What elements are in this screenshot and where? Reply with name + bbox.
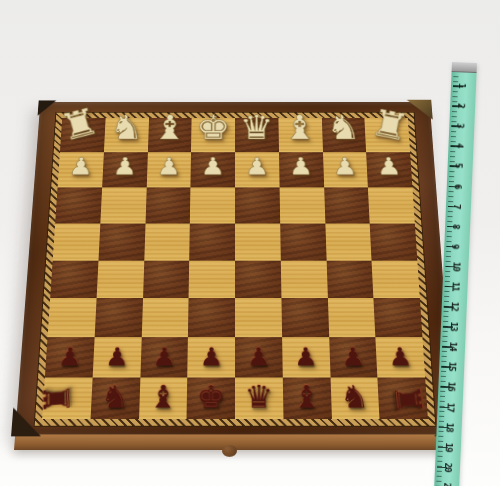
tape-mark-12: 12 xyxy=(441,296,467,317)
square-r4c7 xyxy=(372,260,420,298)
square-r7c3: ♚ xyxy=(187,378,235,419)
tape-mark-4: 4 xyxy=(448,135,474,156)
square-r3c0 xyxy=(53,223,100,260)
square-r2c2 xyxy=(145,187,191,223)
square-r5c6 xyxy=(327,298,375,337)
tape-number: 3 xyxy=(455,123,465,128)
tape-mark-3: 3 xyxy=(449,115,475,136)
square-r1c5: ♟ xyxy=(279,152,324,187)
red-rook: ♜ xyxy=(40,383,76,416)
tape-number: 11 xyxy=(451,282,461,291)
square-r2c3 xyxy=(190,187,235,223)
tape-mark-9: 9 xyxy=(444,236,470,257)
tape-number: 1 xyxy=(457,83,467,88)
cream-knight: ♞ xyxy=(109,111,145,144)
square-r1c4: ♟ xyxy=(235,152,279,187)
square-r2c1 xyxy=(100,187,146,223)
tape-mark-7: 7 xyxy=(446,195,472,216)
square-r7c6: ♞ xyxy=(330,378,380,419)
square-r6c7: ♟ xyxy=(376,337,426,377)
square-r1c2: ♟ xyxy=(146,152,191,187)
square-r5c3 xyxy=(188,298,235,337)
square-r5c0 xyxy=(48,298,97,337)
cream-rook: ♜ xyxy=(56,101,103,146)
corner-bracket-top-left xyxy=(38,100,57,115)
red-knight: ♞ xyxy=(340,381,370,412)
board-drawer-edge xyxy=(14,434,456,450)
tape-mark-16: 16 xyxy=(438,376,464,397)
square-r2c6 xyxy=(324,187,370,223)
square-r5c1 xyxy=(94,298,142,337)
square-r0c0: ♜ xyxy=(60,118,105,152)
square-r2c7 xyxy=(368,187,415,223)
square-r1c7: ♟ xyxy=(366,152,412,187)
square-r6c3: ♟ xyxy=(187,337,235,377)
square-r5c2 xyxy=(141,298,189,337)
tape-number: 4 xyxy=(455,143,465,148)
cream-pawn: ♟ xyxy=(201,155,225,179)
red-pawn: ♟ xyxy=(341,345,365,370)
tape-number: 7 xyxy=(452,204,462,209)
tape-number: 20 xyxy=(443,462,453,471)
cream-pawn: ♟ xyxy=(376,155,402,179)
square-r0c4: ♛ xyxy=(235,118,279,152)
tape-mark-20: 20 xyxy=(435,456,461,477)
drawer-knob xyxy=(222,445,237,457)
tape-number: 12 xyxy=(450,302,460,311)
tape-mark-18: 18 xyxy=(436,416,462,437)
square-r4c1 xyxy=(96,260,143,298)
red-bishop: ♝ xyxy=(148,381,178,412)
square-r0c2: ♝ xyxy=(147,118,191,152)
square-r3c1 xyxy=(98,223,145,260)
cream-pawn: ♟ xyxy=(289,155,314,179)
square-r5c5 xyxy=(281,298,329,337)
square-r3c5 xyxy=(280,223,326,260)
red-queen: ♛ xyxy=(244,381,273,412)
tape-number: 13 xyxy=(449,322,459,331)
square-r4c2 xyxy=(143,260,190,298)
tape-number: 15 xyxy=(447,362,457,371)
tape-mark-1: 1 xyxy=(451,75,477,96)
tape-number: 21 xyxy=(442,482,452,486)
square-r3c3 xyxy=(189,223,235,260)
inlay-border: ♜♞♝♚♛♝♞♜♟♟♟♟♟♟♟♟♟♟♟♟♟♟♟♟♜♞♝♚♛♝♞♜ xyxy=(34,112,437,427)
red-pawn: ♟ xyxy=(294,345,318,370)
square-r4c0 xyxy=(50,260,98,298)
square-r1c1: ♟ xyxy=(102,152,148,187)
tape-mark-10: 10 xyxy=(443,256,469,277)
square-r0c1: ♞ xyxy=(104,118,149,152)
square-r4c3 xyxy=(189,260,235,298)
cream-king: ♚ xyxy=(196,111,231,144)
tape-mark-21: 21 xyxy=(434,477,459,486)
red-knight: ♞ xyxy=(100,381,130,412)
red-pawn: ♟ xyxy=(57,345,82,370)
cream-pawn: ♟ xyxy=(245,155,269,179)
square-r6c6: ♟ xyxy=(329,337,378,377)
tape-mark-2: 2 xyxy=(450,95,476,116)
square-r6c5: ♟ xyxy=(282,337,330,377)
square-r3c2 xyxy=(144,223,190,260)
cream-knight: ♞ xyxy=(326,111,362,144)
cream-rook: ♜ xyxy=(367,103,412,147)
cream-pawn: ♟ xyxy=(68,155,94,179)
cream-pawn: ♟ xyxy=(112,155,137,179)
square-r5c7 xyxy=(374,298,423,337)
square-r6c0: ♟ xyxy=(45,337,95,377)
photo-background: ♜♞♝♚♛♝♞♜♟♟♟♟♟♟♟♟♟♟♟♟♟♟♟♟♜♞♝♚♛♝♞♜ 1234567… xyxy=(0,0,500,486)
square-r3c4 xyxy=(235,223,281,260)
square-r1c3: ♟ xyxy=(191,152,235,187)
red-pawn: ♟ xyxy=(247,345,271,370)
tape-number: 9 xyxy=(450,244,460,249)
tape-number: 16 xyxy=(447,382,457,391)
tape-number: 17 xyxy=(446,402,456,411)
square-r2c5 xyxy=(279,187,325,223)
square-r5c4 xyxy=(235,298,282,337)
square-r7c5: ♝ xyxy=(283,378,332,419)
cream-bishop: ♝ xyxy=(152,111,187,144)
board-frame: ♜♞♝♚♛♝♞♜♟♟♟♟♟♟♟♟♟♟♟♟♟♟♟♟♜♞♝♚♛♝♞♜ xyxy=(15,102,455,434)
square-r0c7: ♜ xyxy=(365,118,410,152)
tape-number: 14 xyxy=(448,342,458,351)
square-r7c1: ♞ xyxy=(90,378,140,419)
square-r6c4: ♟ xyxy=(235,337,283,377)
tape-number: 19 xyxy=(444,442,454,451)
tape-number: 6 xyxy=(453,183,463,188)
square-r3c6 xyxy=(325,223,372,260)
square-r4c4 xyxy=(235,260,281,298)
cream-pawn: ♟ xyxy=(156,155,181,179)
square-r7c7: ♜ xyxy=(378,378,428,419)
square-r3c7 xyxy=(370,223,417,260)
tape-mark-14: 14 xyxy=(440,336,466,357)
square-r1c0: ♟ xyxy=(58,152,104,187)
tape-number: 18 xyxy=(445,422,455,431)
square-r4c5 xyxy=(281,260,328,298)
tape-mark-6: 6 xyxy=(446,175,472,196)
square-r6c1: ♟ xyxy=(92,337,141,377)
tape-mark-8: 8 xyxy=(445,216,471,237)
tape-mark-13: 13 xyxy=(441,316,467,337)
board-grid: ♜♞♝♚♛♝♞♜♟♟♟♟♟♟♟♟♟♟♟♟♟♟♟♟♜♞♝♚♛♝♞♜ xyxy=(42,118,428,419)
square-r4c6 xyxy=(326,260,373,298)
red-pawn: ♟ xyxy=(200,345,224,370)
square-r0c3: ♚ xyxy=(191,118,235,152)
red-bishop: ♝ xyxy=(292,381,322,412)
square-r2c4 xyxy=(235,187,280,223)
chess-board: ♜♞♝♚♛♝♞♜♟♟♟♟♟♟♟♟♟♟♟♟♟♟♟♟♜♞♝♚♛♝♞♜ xyxy=(14,102,456,450)
tape-mark-15: 15 xyxy=(439,356,465,377)
square-r7c0: ♜ xyxy=(42,378,92,419)
red-rook: ♜ xyxy=(388,383,427,416)
cream-queen: ♛ xyxy=(240,111,275,144)
cream-pawn: ♟ xyxy=(332,155,357,179)
tape-mark-17: 17 xyxy=(437,396,463,417)
tape-number: 5 xyxy=(454,163,464,168)
red-pawn: ♟ xyxy=(388,345,413,370)
square-r0c6: ♞ xyxy=(321,118,366,152)
cream-bishop: ♝ xyxy=(283,111,318,144)
square-r2c0 xyxy=(55,187,102,223)
red-pawn: ♟ xyxy=(152,345,176,370)
red-pawn: ♟ xyxy=(105,345,129,370)
square-r7c2: ♝ xyxy=(139,378,188,419)
square-r0c5: ♝ xyxy=(278,118,322,152)
tape-mark-19: 19 xyxy=(435,436,461,457)
square-r6c2: ♟ xyxy=(140,337,188,377)
tape-mark-11: 11 xyxy=(442,276,468,297)
tape-number: 2 xyxy=(456,103,466,108)
tape-number: 10 xyxy=(452,262,462,271)
tape-number: 8 xyxy=(451,224,461,229)
square-r7c4: ♛ xyxy=(235,378,283,419)
square-r1c6: ♟ xyxy=(323,152,369,187)
red-king: ♚ xyxy=(196,381,225,412)
tape-mark-5: 5 xyxy=(447,155,473,176)
